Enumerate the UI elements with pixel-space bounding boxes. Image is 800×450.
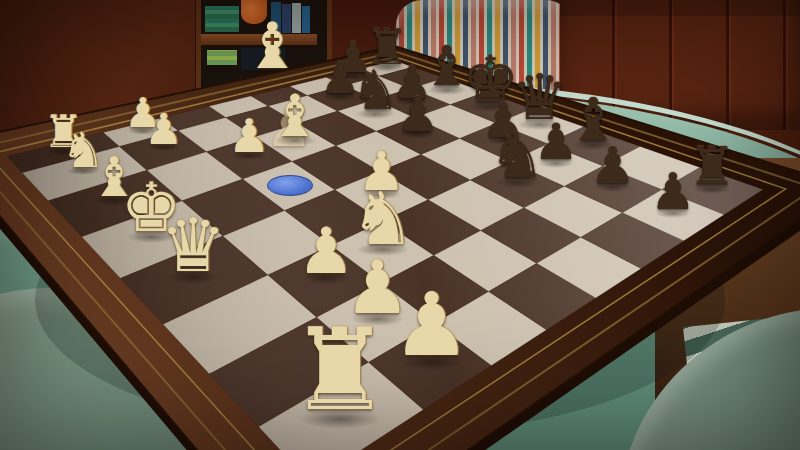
piece-white-r-h1[interactable]: ♜ — [283, 314, 397, 428]
piece-white-p-h2[interactable]: ♟ — [388, 282, 476, 370]
pieces-layer: ♟ ♝ ♜♝♚♛♝♜♟♟♟♟♟♟♟♞♟♞♝♟♟♞♟♟♟♟♟♜♞♝♚♛♜ — [0, 0, 800, 450]
piece-black-p-g7[interactable]: ♟ — [588, 141, 639, 192]
captured-white-bishop-on-table[interactable]: ♝ — [241, 14, 303, 78]
piece-black-n-f6[interactable]: ♞ — [486, 125, 549, 188]
move-target-marker — [267, 175, 313, 196]
piece-black-p-h7[interactable]: ♟ — [648, 167, 699, 218]
room-scene: ♟ ♝ ♜♝♚♛♝♜♟♟♟♟♟♟♟♞♟♞♝♟♟♞♟♟♟♟♟♜♞♝♚♛♜ — [0, 0, 800, 450]
piece-black-p-d6[interactable]: ♟ — [394, 90, 442, 138]
piece-white-p-b2[interactable]: ♟ — [142, 108, 185, 151]
piece-white-b-c4[interactable]: ♝ — [266, 87, 324, 145]
piece-white-q-e1[interactable]: ♛ — [156, 209, 230, 283]
